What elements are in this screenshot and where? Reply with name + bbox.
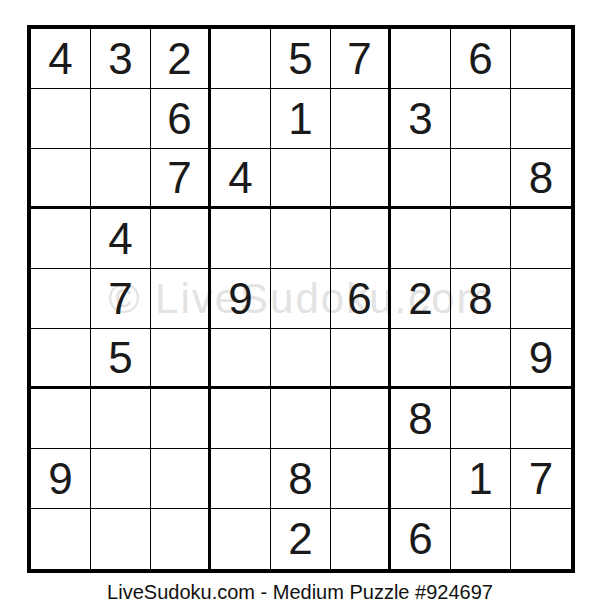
cell-r8c7[interactable] — [391, 449, 451, 509]
cell-r2c5[interactable]: 1 — [271, 89, 331, 149]
cell-r3c5[interactable] — [271, 149, 331, 209]
cell-r9c6[interactable] — [331, 509, 391, 569]
cell-r4c5[interactable] — [271, 209, 331, 269]
cell-r5c8[interactable]: 8 — [451, 269, 511, 329]
cell-r4c7[interactable] — [391, 209, 451, 269]
cell-r9c4[interactable] — [211, 509, 271, 569]
cell-r4c8[interactable] — [451, 209, 511, 269]
cell-r6c5[interactable] — [271, 329, 331, 389]
cell-r5c5[interactable] — [271, 269, 331, 329]
cell-r5c3[interactable] — [151, 269, 211, 329]
cell-r9c1[interactable] — [31, 509, 91, 569]
puzzle-caption: LiveSudoku.com - Medium Puzzle #924697 — [0, 581, 600, 604]
cell-r8c1[interactable]: 9 — [31, 449, 91, 509]
cell-r4c6[interactable] — [331, 209, 391, 269]
cell-r2c7[interactable]: 3 — [391, 89, 451, 149]
cell-r7c6[interactable] — [331, 389, 391, 449]
cell-r5c7[interactable]: 2 — [391, 269, 451, 329]
cell-r4c1[interactable] — [31, 209, 91, 269]
cell-r8c2[interactable] — [91, 449, 151, 509]
cell-r6c9[interactable]: 9 — [511, 329, 571, 389]
cell-r9c9[interactable] — [511, 509, 571, 569]
cell-r4c2[interactable]: 4 — [91, 209, 151, 269]
cell-r9c5[interactable]: 2 — [271, 509, 331, 569]
cell-r1c8[interactable]: 6 — [451, 29, 511, 89]
sudoku-grid: 432576613748479628598981726 — [31, 29, 571, 569]
cell-r8c9[interactable]: 7 — [511, 449, 571, 509]
cell-r7c8[interactable] — [451, 389, 511, 449]
cell-r2c8[interactable] — [451, 89, 511, 149]
cell-r9c2[interactable] — [91, 509, 151, 569]
cell-r7c7[interactable]: 8 — [391, 389, 451, 449]
cell-r6c1[interactable] — [31, 329, 91, 389]
cell-r1c2[interactable]: 3 — [91, 29, 151, 89]
cell-r6c7[interactable] — [391, 329, 451, 389]
cell-r3c7[interactable] — [391, 149, 451, 209]
cell-r4c9[interactable] — [511, 209, 571, 269]
cell-r4c3[interactable] — [151, 209, 211, 269]
cell-r1c1[interactable]: 4 — [31, 29, 91, 89]
cell-r3c3[interactable]: 7 — [151, 149, 211, 209]
cell-r5c4[interactable]: 9 — [211, 269, 271, 329]
cell-r5c1[interactable] — [31, 269, 91, 329]
cell-r6c2[interactable]: 5 — [91, 329, 151, 389]
cell-r7c9[interactable] — [511, 389, 571, 449]
cell-r2c2[interactable] — [91, 89, 151, 149]
cell-r9c7[interactable]: 6 — [391, 509, 451, 569]
cell-r9c3[interactable] — [151, 509, 211, 569]
cell-r2c9[interactable] — [511, 89, 571, 149]
cell-r7c2[interactable] — [91, 389, 151, 449]
cell-r3c9[interactable]: 8 — [511, 149, 571, 209]
cell-r2c1[interactable] — [31, 89, 91, 149]
cell-r7c5[interactable] — [271, 389, 331, 449]
cell-r1c3[interactable]: 2 — [151, 29, 211, 89]
cell-r6c8[interactable] — [451, 329, 511, 389]
cell-r3c8[interactable] — [451, 149, 511, 209]
sudoku-board: © LiveSudoku.com 43257661374847962859898… — [27, 25, 575, 573]
cell-r2c6[interactable] — [331, 89, 391, 149]
cell-r6c6[interactable] — [331, 329, 391, 389]
cell-r8c3[interactable] — [151, 449, 211, 509]
cell-r5c9[interactable] — [511, 269, 571, 329]
cell-r2c4[interactable] — [211, 89, 271, 149]
cell-r3c2[interactable] — [91, 149, 151, 209]
cell-r9c8[interactable] — [451, 509, 511, 569]
cell-r3c1[interactable] — [31, 149, 91, 209]
cell-r1c6[interactable]: 7 — [331, 29, 391, 89]
cell-r4c4[interactable] — [211, 209, 271, 269]
cell-r5c6[interactable]: 6 — [331, 269, 391, 329]
cell-r1c7[interactable] — [391, 29, 451, 89]
cell-r6c4[interactable] — [211, 329, 271, 389]
cell-r6c3[interactable] — [151, 329, 211, 389]
cell-r3c6[interactable] — [331, 149, 391, 209]
cell-r1c4[interactable] — [211, 29, 271, 89]
cell-r8c5[interactable]: 8 — [271, 449, 331, 509]
cell-r8c8[interactable]: 1 — [451, 449, 511, 509]
cell-r8c4[interactable] — [211, 449, 271, 509]
cell-r8c6[interactable] — [331, 449, 391, 509]
cell-r7c4[interactable] — [211, 389, 271, 449]
cell-r2c3[interactable]: 6 — [151, 89, 211, 149]
cell-r3c4[interactable]: 4 — [211, 149, 271, 209]
cell-r5c2[interactable]: 7 — [91, 269, 151, 329]
cell-r7c3[interactable] — [151, 389, 211, 449]
cell-r7c1[interactable] — [31, 389, 91, 449]
cell-r1c9[interactable] — [511, 29, 571, 89]
cell-r1c5[interactable]: 5 — [271, 29, 331, 89]
